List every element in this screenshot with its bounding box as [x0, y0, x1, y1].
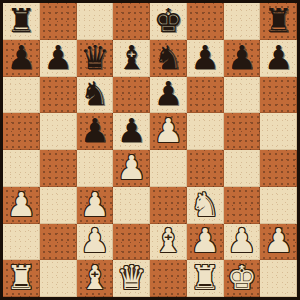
square-b4[interactable] — [40, 150, 77, 187]
black-bishop-icon[interactable]: ♝ — [117, 41, 147, 74]
square-d6[interactable] — [113, 77, 150, 114]
black-pawn-icon[interactable]: ♟ — [43, 41, 73, 74]
white-bishop-icon[interactable]: ♝ — [80, 261, 110, 294]
square-e3[interactable] — [150, 187, 187, 224]
square-f3[interactable]: ♞ — [187, 187, 224, 224]
black-rook-icon[interactable]: ♜ — [264, 4, 294, 37]
white-rook-icon[interactable]: ♜ — [7, 261, 37, 294]
square-a1[interactable]: ♜ — [3, 260, 40, 297]
square-g1[interactable]: ♚ — [224, 260, 261, 297]
white-pawn-icon[interactable]: ♟ — [80, 188, 110, 221]
square-b8[interactable] — [40, 3, 77, 40]
square-c5[interactable]: ♟ — [77, 113, 114, 150]
white-king-icon[interactable]: ♚ — [227, 261, 257, 294]
square-d3[interactable] — [113, 187, 150, 224]
square-a2[interactable] — [3, 224, 40, 261]
square-h6[interactable] — [260, 77, 297, 114]
chess-board: ♜♚♜♟♟♛♝♞♟♟♟♞♟♟♟♟♟♟♟♞♟♝♟♟♟♜♝♛♜♚ — [0, 0, 300, 300]
square-g2[interactable]: ♟ — [224, 224, 261, 261]
square-h4[interactable] — [260, 150, 297, 187]
square-e8[interactable]: ♚ — [150, 3, 187, 40]
white-knight-icon[interactable]: ♞ — [190, 188, 220, 221]
square-c2[interactable]: ♟ — [77, 224, 114, 261]
square-g8[interactable] — [224, 3, 261, 40]
square-f7[interactable]: ♟ — [187, 40, 224, 77]
black-pawn-icon[interactable]: ♟ — [154, 77, 184, 110]
square-f4[interactable] — [187, 150, 224, 187]
square-c6[interactable]: ♞ — [77, 77, 114, 114]
white-queen-icon[interactable]: ♛ — [117, 261, 147, 294]
white-pawn-icon[interactable]: ♟ — [117, 151, 147, 184]
black-pawn-icon[interactable]: ♟ — [264, 41, 294, 74]
square-b3[interactable] — [40, 187, 77, 224]
square-h3[interactable] — [260, 187, 297, 224]
white-rook-icon[interactable]: ♜ — [190, 261, 220, 294]
square-e7[interactable]: ♞ — [150, 40, 187, 77]
black-king-icon[interactable]: ♚ — [154, 4, 184, 37]
square-d5[interactable]: ♟ — [113, 113, 150, 150]
square-a8[interactable]: ♜ — [3, 3, 40, 40]
square-f6[interactable] — [187, 77, 224, 114]
square-b5[interactable] — [40, 113, 77, 150]
square-f5[interactable] — [187, 113, 224, 150]
square-f8[interactable] — [187, 3, 224, 40]
square-a7[interactable]: ♟ — [3, 40, 40, 77]
square-g7[interactable]: ♟ — [224, 40, 261, 77]
black-rook-icon[interactable]: ♜ — [7, 4, 37, 37]
black-pawn-icon[interactable]: ♟ — [227, 41, 257, 74]
square-g3[interactable] — [224, 187, 261, 224]
square-e4[interactable] — [150, 150, 187, 187]
square-h5[interactable] — [260, 113, 297, 150]
square-f2[interactable]: ♟ — [187, 224, 224, 261]
square-b1[interactable] — [40, 260, 77, 297]
black-pawn-icon[interactable]: ♟ — [190, 41, 220, 74]
square-g5[interactable] — [224, 113, 261, 150]
white-bishop-icon[interactable]: ♝ — [154, 224, 184, 257]
black-pawn-icon[interactable]: ♟ — [7, 41, 37, 74]
square-f1[interactable]: ♜ — [187, 260, 224, 297]
square-d7[interactable]: ♝ — [113, 40, 150, 77]
square-h8[interactable]: ♜ — [260, 3, 297, 40]
black-knight-icon[interactable]: ♞ — [154, 41, 184, 74]
square-b7[interactable]: ♟ — [40, 40, 77, 77]
square-e1[interactable] — [150, 260, 187, 297]
square-e6[interactable]: ♟ — [150, 77, 187, 114]
square-g6[interactable] — [224, 77, 261, 114]
square-c8[interactable] — [77, 3, 114, 40]
square-c1[interactable]: ♝ — [77, 260, 114, 297]
square-b2[interactable] — [40, 224, 77, 261]
square-h1[interactable] — [260, 260, 297, 297]
square-e2[interactable]: ♝ — [150, 224, 187, 261]
square-h7[interactable]: ♟ — [260, 40, 297, 77]
black-knight-icon[interactable]: ♞ — [80, 77, 110, 110]
square-d1[interactable]: ♛ — [113, 260, 150, 297]
white-pawn-icon[interactable]: ♟ — [7, 188, 37, 221]
black-pawn-icon[interactable]: ♟ — [117, 114, 147, 147]
square-d8[interactable] — [113, 3, 150, 40]
square-a3[interactable]: ♟ — [3, 187, 40, 224]
square-a6[interactable] — [3, 77, 40, 114]
square-c3[interactable]: ♟ — [77, 187, 114, 224]
black-pawn-icon[interactable]: ♟ — [80, 114, 110, 147]
white-pawn-icon[interactable]: ♟ — [154, 114, 184, 147]
square-e5[interactable]: ♟ — [150, 113, 187, 150]
square-c7[interactable]: ♛ — [77, 40, 114, 77]
white-pawn-icon[interactable]: ♟ — [227, 224, 257, 257]
white-pawn-icon[interactable]: ♟ — [80, 224, 110, 257]
white-pawn-icon[interactable]: ♟ — [264, 224, 294, 257]
black-queen-icon[interactable]: ♛ — [80, 41, 110, 74]
square-a5[interactable] — [3, 113, 40, 150]
square-g4[interactable] — [224, 150, 261, 187]
chess-app: ♜♚♜♟♟♛♝♞♟♟♟♞♟♟♟♟♟♟♟♞♟♝♟♟♟♜♝♛♜♚ — [0, 0, 300, 300]
square-c4[interactable] — [77, 150, 114, 187]
square-h2[interactable]: ♟ — [260, 224, 297, 261]
square-d4[interactable]: ♟ — [113, 150, 150, 187]
square-b6[interactable] — [40, 77, 77, 114]
square-d2[interactable] — [113, 224, 150, 261]
square-a4[interactable] — [3, 150, 40, 187]
white-pawn-icon[interactable]: ♟ — [190, 224, 220, 257]
